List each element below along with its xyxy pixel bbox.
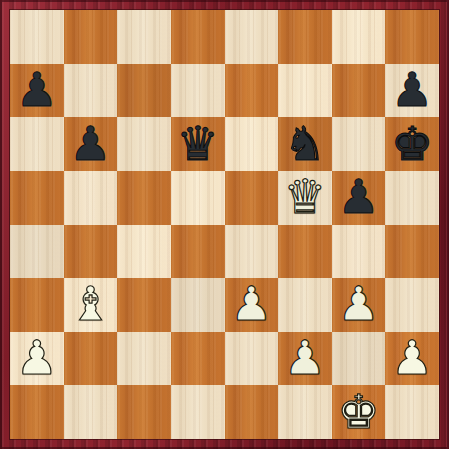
square-c7[interactable] (117, 64, 171, 118)
piece-white-pawn-e3[interactable]: ♟ (230, 280, 272, 327)
square-a3[interactable] (10, 278, 64, 332)
square-d5[interactable] (171, 171, 225, 225)
square-d1[interactable] (171, 385, 225, 439)
square-f7[interactable] (278, 64, 332, 118)
square-a7[interactable]: ♟ (10, 64, 64, 118)
square-c1[interactable] (117, 385, 171, 439)
square-a8[interactable] (10, 10, 64, 64)
square-e2[interactable] (225, 332, 279, 386)
square-e7[interactable] (225, 64, 279, 118)
square-b1[interactable] (64, 385, 118, 439)
square-g5[interactable]: ♟ (332, 171, 386, 225)
square-c6[interactable] (117, 117, 171, 171)
square-b6[interactable]: ♟ (64, 117, 118, 171)
square-e8[interactable] (225, 10, 279, 64)
square-d4[interactable] (171, 225, 225, 279)
square-a1[interactable] (10, 385, 64, 439)
square-h5[interactable] (385, 171, 439, 225)
chess-board: ♟♟♟♛♞♚♛♟♝♟♟♟♟♟♚ (10, 10, 439, 439)
piece-white-pawn-f2[interactable]: ♟ (284, 334, 326, 381)
square-e6[interactable] (225, 117, 279, 171)
square-g6[interactable] (332, 117, 386, 171)
square-f2[interactable]: ♟ (278, 332, 332, 386)
piece-white-queen-f5[interactable]: ♛ (284, 173, 326, 220)
piece-white-bishop-b3[interactable]: ♝ (69, 280, 111, 327)
piece-black-knight-f6[interactable]: ♞ (284, 120, 326, 167)
square-e5[interactable] (225, 171, 279, 225)
square-a4[interactable] (10, 225, 64, 279)
square-h8[interactable] (385, 10, 439, 64)
square-c5[interactable] (117, 171, 171, 225)
square-b2[interactable] (64, 332, 118, 386)
square-h4[interactable] (385, 225, 439, 279)
square-e4[interactable] (225, 225, 279, 279)
square-h7[interactable]: ♟ (385, 64, 439, 118)
square-f6[interactable]: ♞ (278, 117, 332, 171)
square-c4[interactable] (117, 225, 171, 279)
piece-white-pawn-g3[interactable]: ♟ (337, 280, 379, 327)
piece-black-queen-d6[interactable]: ♛ (177, 120, 219, 167)
square-g1[interactable]: ♚ (332, 385, 386, 439)
square-a6[interactable] (10, 117, 64, 171)
piece-white-pawn-h2[interactable]: ♟ (391, 334, 433, 381)
square-d2[interactable] (171, 332, 225, 386)
square-h2[interactable]: ♟ (385, 332, 439, 386)
piece-white-king-g1[interactable]: ♚ (337, 388, 379, 435)
square-g4[interactable] (332, 225, 386, 279)
square-e3[interactable]: ♟ (225, 278, 279, 332)
square-h3[interactable] (385, 278, 439, 332)
piece-white-pawn-a2[interactable]: ♟ (16, 334, 58, 381)
square-b3[interactable]: ♝ (64, 278, 118, 332)
square-d3[interactable] (171, 278, 225, 332)
square-a2[interactable]: ♟ (10, 332, 64, 386)
square-h6[interactable]: ♚ (385, 117, 439, 171)
square-f4[interactable] (278, 225, 332, 279)
square-d8[interactable] (171, 10, 225, 64)
piece-black-pawn-a7[interactable]: ♟ (16, 66, 58, 113)
square-b4[interactable] (64, 225, 118, 279)
square-g8[interactable] (332, 10, 386, 64)
piece-black-king-h6[interactable]: ♚ (391, 120, 433, 167)
square-a5[interactable] (10, 171, 64, 225)
square-g7[interactable] (332, 64, 386, 118)
square-g2[interactable] (332, 332, 386, 386)
square-c2[interactable] (117, 332, 171, 386)
square-d6[interactable]: ♛ (171, 117, 225, 171)
piece-black-pawn-b6[interactable]: ♟ (69, 120, 111, 167)
square-b7[interactable] (64, 64, 118, 118)
square-f3[interactable] (278, 278, 332, 332)
chess-board-frame: ♟♟♟♛♞♚♛♟♝♟♟♟♟♟♚ (0, 0, 449, 449)
square-f5[interactable]: ♛ (278, 171, 332, 225)
square-g3[interactable]: ♟ (332, 278, 386, 332)
square-c8[interactable] (117, 10, 171, 64)
square-f8[interactable] (278, 10, 332, 64)
square-f1[interactable] (278, 385, 332, 439)
square-d7[interactable] (171, 64, 225, 118)
square-b8[interactable] (64, 10, 118, 64)
square-b5[interactable] (64, 171, 118, 225)
square-h1[interactable] (385, 385, 439, 439)
square-c3[interactable] (117, 278, 171, 332)
piece-black-pawn-h7[interactable]: ♟ (391, 66, 433, 113)
piece-black-pawn-g5[interactable]: ♟ (337, 173, 379, 220)
square-e1[interactable] (225, 385, 279, 439)
